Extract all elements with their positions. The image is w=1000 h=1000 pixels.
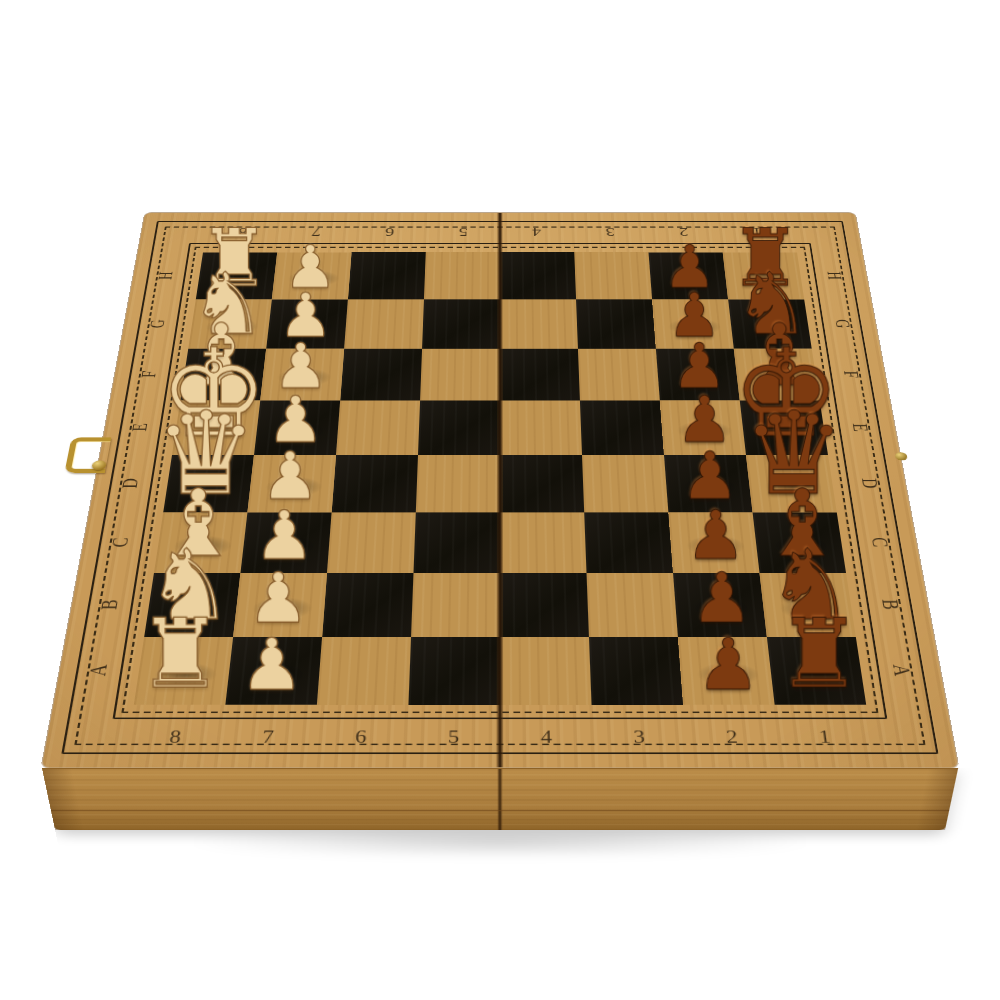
square-b5[interactable] — [411, 573, 500, 637]
box-front-right-shading — [916, 769, 958, 830]
box-front-center-split — [498, 769, 503, 830]
square-f5[interactable] — [420, 349, 500, 401]
square-c6[interactable] — [327, 512, 416, 573]
square-e6[interactable] — [336, 400, 420, 455]
box-front-lid-seam — [51, 810, 950, 811]
file-label-A: A — [50, 654, 146, 687]
box-front-left-shading — [42, 769, 84, 830]
rank-label-2: 2 — [684, 719, 780, 754]
rank-label-5: 5 — [426, 221, 500, 243]
rank-label-4: 4 — [500, 221, 574, 243]
square-e5[interactable] — [418, 400, 500, 455]
square-c5[interactable] — [413, 512, 500, 573]
scene-perspective: HGFEDCBA HGFEDCBA 87654321 87654321 ♜♟♟♜… — [0, 0, 1000, 1000]
square-a3[interactable] — [589, 637, 683, 705]
rank-label-4: 4 — [500, 719, 593, 754]
rank-label-6: 6 — [352, 221, 427, 243]
square-e4[interactable] — [500, 400, 582, 455]
product-photo-wooden-chess-set: { "game": "chess", "scene": "Overhead an… — [0, 0, 1000, 1000]
square-d4[interactable] — [500, 455, 584, 512]
rank-label-5: 5 — [407, 719, 500, 754]
square-a2[interactable]: ♟ — [678, 637, 775, 705]
square-g6[interactable] — [344, 299, 424, 348]
square-b6[interactable] — [322, 573, 413, 637]
square-a6[interactable] — [317, 637, 411, 705]
rank-label-6: 6 — [313, 719, 408, 754]
square-e3[interactable] — [580, 400, 664, 455]
square-b4[interactable] — [500, 573, 589, 637]
square-a1[interactable]: ♜ — [767, 637, 866, 705]
box-front-edge — [42, 768, 959, 831]
square-d6[interactable] — [332, 455, 418, 512]
file-label-A: A — [854, 654, 950, 687]
dark-pawn-a2[interactable]: ♟ — [696, 632, 760, 698]
square-a5[interactable] — [408, 637, 500, 705]
light-rook-a8[interactable]: ♜ — [138, 610, 224, 698]
square-h3[interactable] — [574, 252, 652, 299]
brass-hinge-pin-icon — [894, 452, 908, 460]
rank-label-1: 1 — [776, 719, 873, 754]
square-a4[interactable] — [500, 637, 592, 705]
square-g4[interactable] — [500, 299, 578, 348]
square-h6[interactable] — [348, 252, 426, 299]
square-a8[interactable]: ♜ — [134, 637, 233, 705]
light-pawn-b7[interactable]: ♟ — [247, 567, 309, 631]
rank-label-8: 8 — [126, 719, 223, 754]
square-f4[interactable] — [500, 349, 580, 401]
square-c3[interactable] — [584, 512, 673, 573]
rank-label-3: 3 — [573, 221, 648, 243]
board-grid: ♜♟♟♜♞♟♟♞♝♟♟♝♚♟♟♚♛♟♟♛♝♟♟♝♞♟♟♞♜♟♟♜ — [134, 252, 866, 704]
square-g5[interactable] — [422, 299, 500, 348]
square-a7[interactable]: ♟ — [225, 637, 322, 705]
square-f6[interactable] — [340, 349, 422, 401]
square-c4[interactable] — [500, 512, 587, 573]
square-d5[interactable] — [416, 455, 500, 512]
rank-label-3: 3 — [592, 719, 687, 754]
square-f3[interactable] — [578, 349, 660, 401]
dark-rook-a1[interactable]: ♜ — [777, 610, 863, 698]
brass-clasp-knob-icon — [91, 460, 107, 470]
square-h4[interactable] — [500, 252, 576, 299]
square-h5[interactable] — [424, 252, 500, 299]
square-d3[interactable] — [582, 455, 668, 512]
rank-label-7: 7 — [220, 719, 316, 754]
dark-pawn-b2[interactable]: ♟ — [691, 567, 753, 631]
square-g3[interactable] — [576, 299, 656, 348]
square-b3[interactable] — [587, 573, 678, 637]
light-pawn-a7[interactable]: ♟ — [240, 632, 304, 698]
brass-clasp[interactable] — [62, 433, 118, 475]
rank-labels-bottom: 87654321 — [126, 719, 874, 754]
chess-board-surface: HGFEDCBA HGFEDCBA 87654321 87654321 ♜♟♟♜… — [42, 213, 959, 768]
brass-clasp-loop-icon — [64, 437, 111, 472]
